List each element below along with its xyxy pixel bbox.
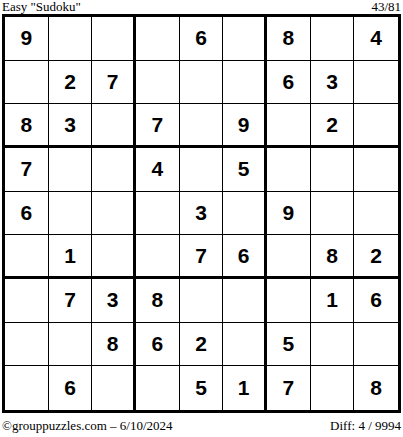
cell-r9c6[interactable]: 1 bbox=[223, 366, 267, 410]
cell-r3c3[interactable] bbox=[92, 104, 136, 148]
cell-r4c1[interactable]: 7 bbox=[5, 148, 49, 192]
cell-r8c9[interactable] bbox=[354, 323, 398, 367]
cell-r4c8[interactable] bbox=[311, 148, 355, 192]
cell-r5c8[interactable] bbox=[311, 192, 355, 236]
cell-r8c5[interactable]: 2 bbox=[180, 323, 224, 367]
cell-r3c2[interactable]: 3 bbox=[49, 104, 93, 148]
header: Easy "Sudoku" 43/81 bbox=[2, 0, 401, 14]
sudoku-page: Easy "Sudoku" 43/81 9 6 8 4 2 7 6 3 8 3 … bbox=[0, 0, 403, 437]
cell-r2c3[interactable]: 7 bbox=[92, 61, 136, 105]
cell-r3c5[interactable] bbox=[180, 104, 224, 148]
cell-r1c3[interactable] bbox=[92, 17, 136, 61]
difficulty-text: Diff: 4 / 9994 bbox=[330, 419, 401, 433]
cell-r8c2[interactable] bbox=[49, 323, 93, 367]
cell-r9c4[interactable] bbox=[136, 366, 180, 410]
cell-r8c7[interactable]: 5 bbox=[267, 323, 311, 367]
cell-r3c6[interactable]: 9 bbox=[223, 104, 267, 148]
cell-r2c1[interactable] bbox=[5, 61, 49, 105]
cell-r1c8[interactable] bbox=[311, 17, 355, 61]
cell-r5c9[interactable] bbox=[354, 192, 398, 236]
cell-r7c1[interactable] bbox=[5, 279, 49, 323]
cell-r6c1[interactable] bbox=[5, 235, 49, 279]
cell-r8c1[interactable] bbox=[5, 323, 49, 367]
cell-r6c8[interactable]: 8 bbox=[311, 235, 355, 279]
page-title: Easy "Sudoku" bbox=[2, 0, 81, 13]
cell-r1c7[interactable]: 8 bbox=[267, 17, 311, 61]
copyright-text: ©grouppuzzles.com – 6/10/2024 bbox=[2, 419, 173, 433]
cell-r6c6[interactable]: 6 bbox=[223, 235, 267, 279]
cell-r5c6[interactable] bbox=[223, 192, 267, 236]
cell-r5c4[interactable] bbox=[136, 192, 180, 236]
footer: ©grouppuzzles.com – 6/10/2024 Diff: 4 / … bbox=[2, 419, 401, 433]
cell-r4c6[interactable]: 5 bbox=[223, 148, 267, 192]
cell-r3c9[interactable] bbox=[354, 104, 398, 148]
cell-r5c7[interactable]: 9 bbox=[267, 192, 311, 236]
cell-r2c5[interactable] bbox=[180, 61, 224, 105]
cell-r6c2[interactable]: 1 bbox=[49, 235, 93, 279]
cell-r7c9[interactable]: 6 bbox=[354, 279, 398, 323]
cell-r6c5[interactable]: 7 bbox=[180, 235, 224, 279]
cell-r2c4[interactable] bbox=[136, 61, 180, 105]
cell-r6c4[interactable] bbox=[136, 235, 180, 279]
cell-r9c3[interactable] bbox=[92, 366, 136, 410]
cell-r8c6[interactable] bbox=[223, 323, 267, 367]
cell-r2c9[interactable] bbox=[354, 61, 398, 105]
cell-r1c5[interactable]: 6 bbox=[180, 17, 224, 61]
cell-r2c7[interactable]: 6 bbox=[267, 61, 311, 105]
cell-r6c3[interactable] bbox=[92, 235, 136, 279]
cell-r3c1[interactable]: 8 bbox=[5, 104, 49, 148]
cell-r1c1[interactable]: 9 bbox=[5, 17, 49, 61]
cell-r6c7[interactable] bbox=[267, 235, 311, 279]
cell-r6c9[interactable]: 2 bbox=[354, 235, 398, 279]
cell-r1c9[interactable]: 4 bbox=[354, 17, 398, 61]
cell-r4c5[interactable] bbox=[180, 148, 224, 192]
cell-r7c3[interactable]: 3 bbox=[92, 279, 136, 323]
cell-r9c5[interactable]: 5 bbox=[180, 366, 224, 410]
cell-r2c2[interactable]: 2 bbox=[49, 61, 93, 105]
cell-r1c2[interactable] bbox=[49, 17, 93, 61]
cell-r8c8[interactable] bbox=[311, 323, 355, 367]
givens-counter: 43/81 bbox=[371, 0, 401, 13]
cell-r3c7[interactable] bbox=[267, 104, 311, 148]
cell-r7c6[interactable] bbox=[223, 279, 267, 323]
cell-r8c3[interactable]: 8 bbox=[92, 323, 136, 367]
cell-r5c2[interactable] bbox=[49, 192, 93, 236]
cell-r9c7[interactable]: 7 bbox=[267, 366, 311, 410]
cell-r7c7[interactable] bbox=[267, 279, 311, 323]
cell-r9c8[interactable] bbox=[311, 366, 355, 410]
cell-r9c1[interactable] bbox=[5, 366, 49, 410]
cell-r5c5[interactable]: 3 bbox=[180, 192, 224, 236]
cell-r2c6[interactable] bbox=[223, 61, 267, 105]
sudoku-board: 9 6 8 4 2 7 6 3 8 3 7 9 2 7 4 5 bbox=[2, 14, 401, 413]
cell-r5c3[interactable] bbox=[92, 192, 136, 236]
cell-r7c5[interactable] bbox=[180, 279, 224, 323]
cell-r4c3[interactable] bbox=[92, 148, 136, 192]
cell-r4c9[interactable] bbox=[354, 148, 398, 192]
cell-r1c6[interactable] bbox=[223, 17, 267, 61]
cell-r4c2[interactable] bbox=[49, 148, 93, 192]
cell-r3c8[interactable]: 2 bbox=[311, 104, 355, 148]
cell-r4c4[interactable]: 4 bbox=[136, 148, 180, 192]
cell-r4c7[interactable] bbox=[267, 148, 311, 192]
cell-r7c8[interactable]: 1 bbox=[311, 279, 355, 323]
cell-r9c2[interactable]: 6 bbox=[49, 366, 93, 410]
cell-r3c4[interactable]: 7 bbox=[136, 104, 180, 148]
cell-r7c4[interactable]: 8 bbox=[136, 279, 180, 323]
cell-r1c4[interactable] bbox=[136, 17, 180, 61]
cell-r8c4[interactable]: 6 bbox=[136, 323, 180, 367]
cell-r5c1[interactable]: 6 bbox=[5, 192, 49, 236]
cell-r7c2[interactable]: 7 bbox=[49, 279, 93, 323]
cell-r2c8[interactable]: 3 bbox=[311, 61, 355, 105]
cell-r9c9[interactable]: 8 bbox=[354, 366, 398, 410]
